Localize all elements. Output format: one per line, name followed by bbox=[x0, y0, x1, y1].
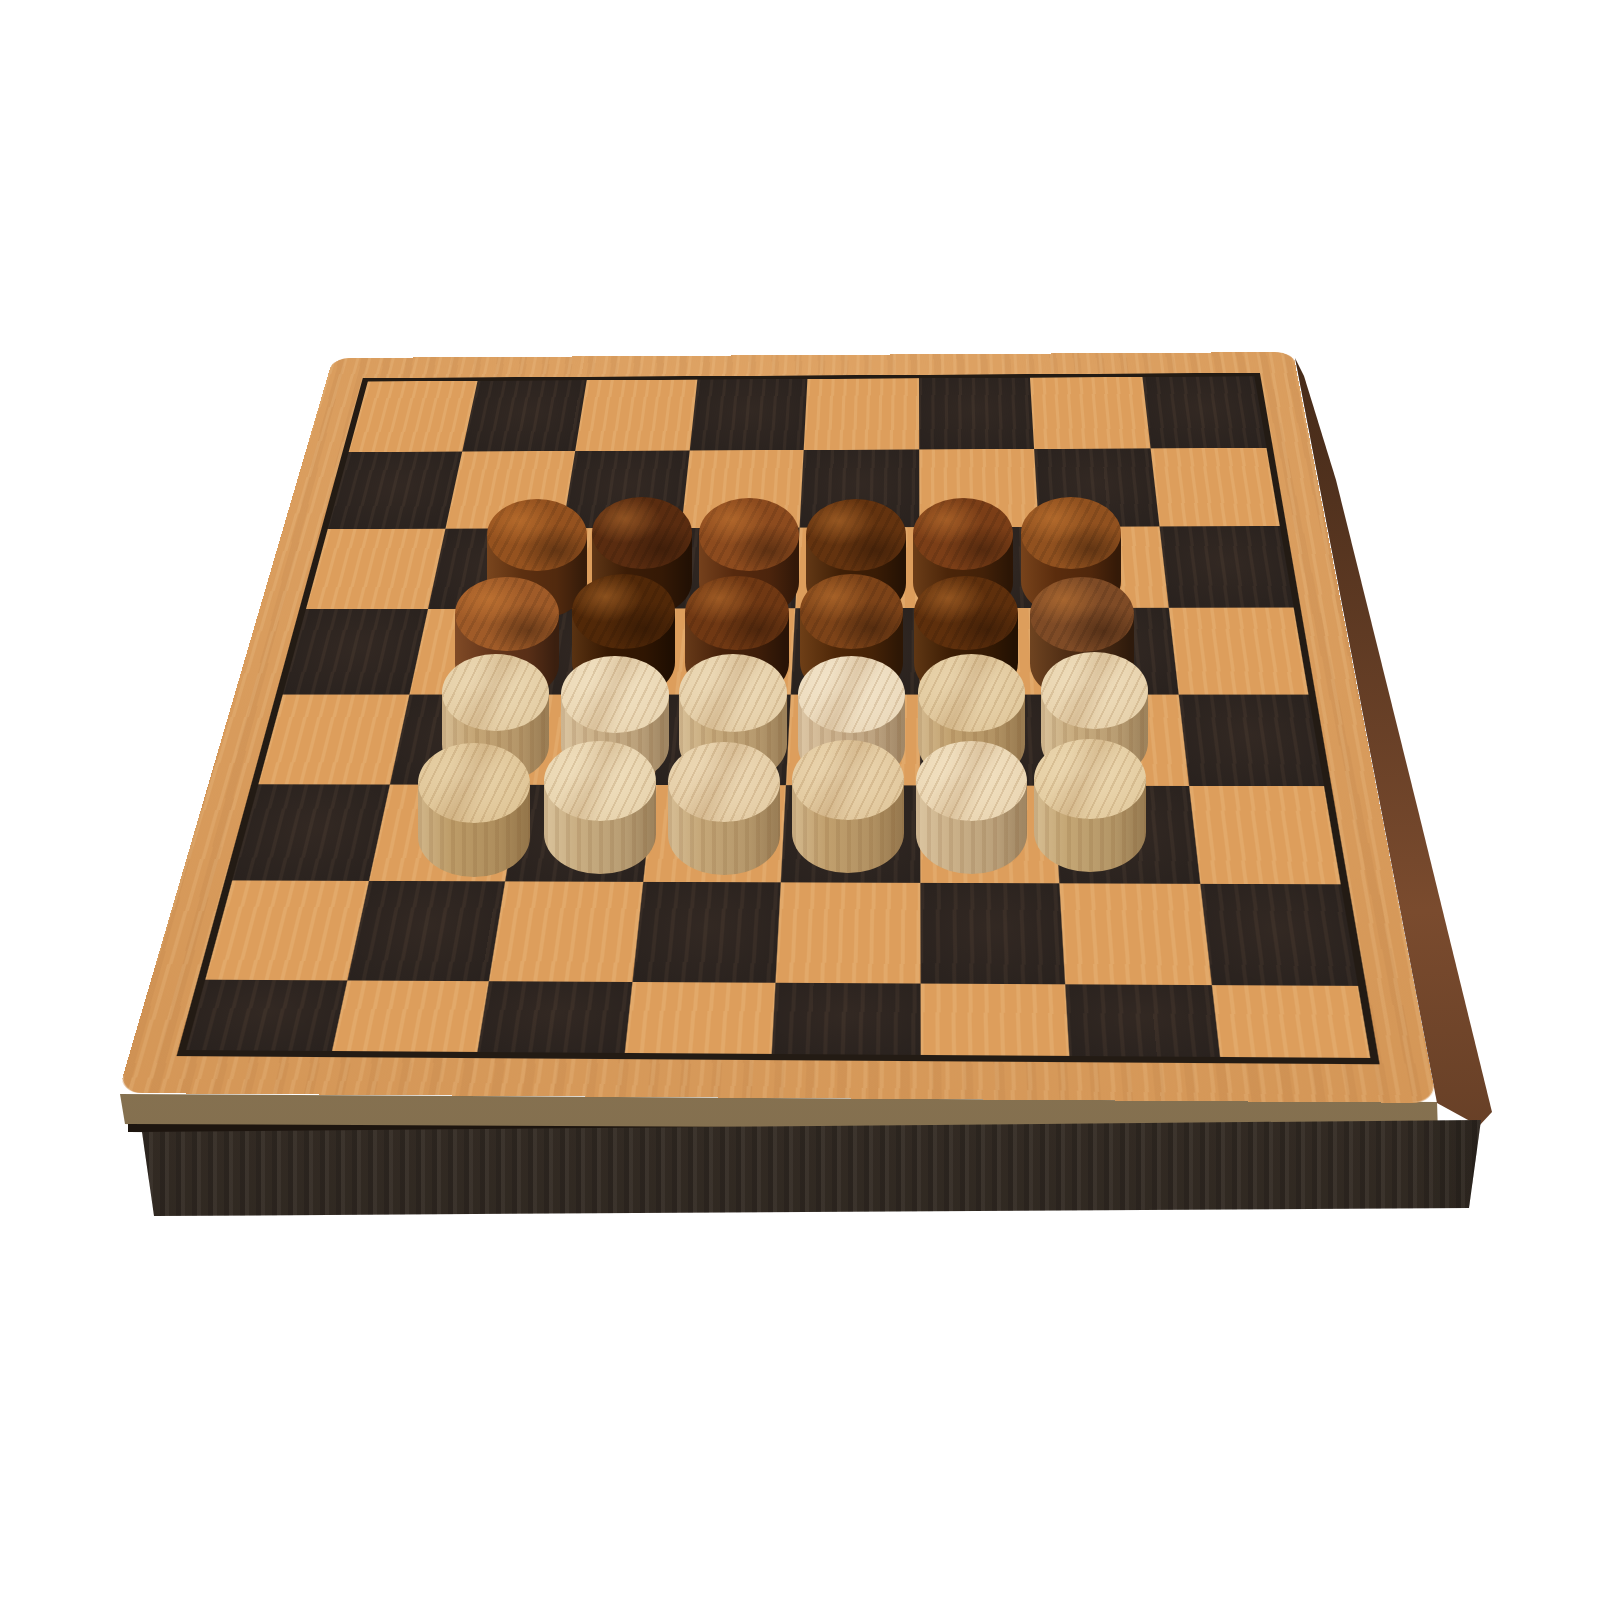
piece-top bbox=[1030, 577, 1134, 652]
piece-top bbox=[442, 654, 550, 732]
piece-top bbox=[913, 498, 1013, 570]
piece-top bbox=[685, 576, 789, 651]
piece-top bbox=[561, 656, 669, 734]
piece-top bbox=[699, 498, 799, 570]
piece-top bbox=[1021, 497, 1121, 569]
piece-top bbox=[572, 574, 676, 649]
piece-top bbox=[792, 740, 904, 820]
piece-top bbox=[679, 654, 787, 732]
checker-light-row6-1 bbox=[418, 743, 530, 877]
piece-top bbox=[668, 742, 780, 823]
piece-top bbox=[914, 576, 1018, 651]
checker-light-row6-2 bbox=[544, 741, 656, 875]
piece-top bbox=[455, 577, 559, 652]
checker-light-row6-4 bbox=[792, 740, 904, 874]
piece-top bbox=[916, 741, 1028, 821]
pieces-layer bbox=[0, 0, 1600, 1600]
piece-top bbox=[1034, 739, 1146, 819]
piece-top bbox=[487, 499, 587, 571]
product-photo-scene bbox=[0, 0, 1600, 1600]
piece-top bbox=[418, 743, 530, 824]
piece-top bbox=[544, 741, 656, 821]
checker-light-row6-5 bbox=[916, 741, 1028, 875]
piece-top bbox=[800, 574, 904, 649]
checker-light-row6-3 bbox=[668, 742, 780, 876]
piece-top bbox=[918, 654, 1026, 732]
checker-light-row6-6 bbox=[1034, 739, 1146, 873]
piece-top bbox=[806, 499, 906, 571]
piece-top bbox=[798, 656, 906, 734]
